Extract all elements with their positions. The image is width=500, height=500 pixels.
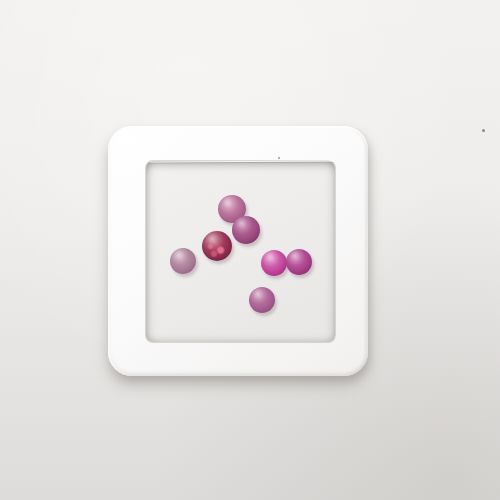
gemstone-fuchsia-right [286,249,312,275]
gemstone-dark-crimson-center [202,231,232,261]
gemstone-plum-purple-upper [232,216,260,244]
photo-scene [0,0,500,500]
gemstone-pale-mauve-left [170,248,196,274]
dust-speck [278,157,280,159]
gemstone-mauve-purple-bottom [249,287,275,313]
gemstone-bright-magenta-mid [261,250,287,276]
dust-speck [482,129,485,132]
